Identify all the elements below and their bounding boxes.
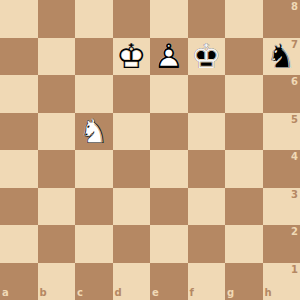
white-pawn-icon: ♟ bbox=[150, 38, 188, 76]
square-f4[interactable] bbox=[188, 150, 226, 188]
square-c8[interactable] bbox=[75, 0, 113, 38]
file-label-g: g bbox=[227, 288, 234, 298]
rank-label-2: 2 bbox=[291, 227, 298, 237]
square-c6[interactable] bbox=[75, 75, 113, 113]
black-knight-icon: ♞ bbox=[263, 38, 301, 76]
square-d5[interactable] bbox=[113, 113, 151, 151]
square-f7[interactable]: ♚♔ bbox=[188, 38, 226, 76]
square-e1[interactable]: e bbox=[150, 263, 188, 300]
square-d1[interactable]: d bbox=[113, 263, 151, 300]
white-pawn-outline-icon: ♙ bbox=[150, 38, 188, 76]
file-label-h: h bbox=[265, 288, 272, 298]
square-d8[interactable] bbox=[113, 0, 151, 38]
square-d7[interactable]: ♚♔ bbox=[113, 38, 151, 76]
piece-white-knight[interactable]: ♞♘ bbox=[75, 113, 113, 151]
square-d3[interactable] bbox=[113, 188, 151, 226]
white-knight-outline-icon: ♘ bbox=[75, 113, 113, 151]
chess-board: 8♚♔♟♙♚♔7♞♘6♞♘5432abcdefgh1 bbox=[0, 0, 300, 300]
square-f3[interactable] bbox=[188, 188, 226, 226]
square-g3[interactable] bbox=[225, 188, 263, 226]
square-a8[interactable] bbox=[0, 0, 38, 38]
square-e7[interactable]: ♟♙ bbox=[150, 38, 188, 76]
piece-black-knight[interactable]: ♞♘ bbox=[263, 38, 301, 76]
black-king-outline-icon: ♔ bbox=[188, 38, 226, 76]
square-h2[interactable]: 2 bbox=[263, 225, 301, 263]
rank-label-4: 4 bbox=[291, 152, 298, 162]
rank-label-6: 6 bbox=[291, 77, 298, 87]
square-g7[interactable] bbox=[225, 38, 263, 76]
file-label-f: f bbox=[190, 288, 194, 298]
square-g8[interactable] bbox=[225, 0, 263, 38]
square-f2[interactable] bbox=[188, 225, 226, 263]
square-d6[interactable] bbox=[113, 75, 151, 113]
rank-label-5: 5 bbox=[291, 115, 298, 125]
black-knight-outline-icon: ♘ bbox=[263, 38, 301, 76]
square-e2[interactable] bbox=[150, 225, 188, 263]
black-king-icon: ♚ bbox=[188, 38, 226, 76]
file-label-a: a bbox=[2, 288, 9, 298]
square-c1[interactable]: c bbox=[75, 263, 113, 300]
square-h1[interactable]: h1 bbox=[263, 263, 301, 300]
square-f8[interactable] bbox=[188, 0, 226, 38]
square-a4[interactable] bbox=[0, 150, 38, 188]
square-h7[interactable]: 7♞♘ bbox=[263, 38, 301, 76]
square-h5[interactable]: 5 bbox=[263, 113, 301, 151]
square-h8[interactable]: 8 bbox=[263, 0, 301, 38]
square-c2[interactable] bbox=[75, 225, 113, 263]
square-d2[interactable] bbox=[113, 225, 151, 263]
file-label-c: c bbox=[77, 288, 83, 298]
file-label-d: d bbox=[115, 288, 122, 298]
square-a1[interactable]: a bbox=[0, 263, 38, 300]
square-a6[interactable] bbox=[0, 75, 38, 113]
file-label-e: e bbox=[152, 288, 159, 298]
white-knight-icon: ♞ bbox=[75, 113, 113, 151]
rank-label-3: 3 bbox=[291, 190, 298, 200]
square-g5[interactable] bbox=[225, 113, 263, 151]
square-a2[interactable] bbox=[0, 225, 38, 263]
square-c3[interactable] bbox=[75, 188, 113, 226]
square-b1[interactable]: b bbox=[38, 263, 76, 300]
square-e6[interactable] bbox=[150, 75, 188, 113]
square-d4[interactable] bbox=[113, 150, 151, 188]
square-f6[interactable] bbox=[188, 75, 226, 113]
piece-white-king[interactable]: ♚♔ bbox=[113, 38, 151, 76]
square-f1[interactable]: f bbox=[188, 263, 226, 300]
square-c5[interactable]: ♞♘ bbox=[75, 113, 113, 151]
square-a5[interactable] bbox=[0, 113, 38, 151]
square-c4[interactable] bbox=[75, 150, 113, 188]
square-e8[interactable] bbox=[150, 0, 188, 38]
square-a3[interactable] bbox=[0, 188, 38, 226]
square-g4[interactable] bbox=[225, 150, 263, 188]
square-b2[interactable] bbox=[38, 225, 76, 263]
square-b8[interactable] bbox=[38, 0, 76, 38]
square-h3[interactable]: 3 bbox=[263, 188, 301, 226]
rank-label-8: 8 bbox=[291, 2, 298, 12]
piece-black-king[interactable]: ♚♔ bbox=[188, 38, 226, 76]
square-b3[interactable] bbox=[38, 188, 76, 226]
square-h6[interactable]: 6 bbox=[263, 75, 301, 113]
piece-white-pawn[interactable]: ♟♙ bbox=[150, 38, 188, 76]
white-king-icon: ♚ bbox=[113, 38, 151, 76]
square-b6[interactable] bbox=[38, 75, 76, 113]
white-king-outline-icon: ♔ bbox=[113, 38, 151, 76]
square-b5[interactable] bbox=[38, 113, 76, 151]
square-e5[interactable] bbox=[150, 113, 188, 151]
square-g2[interactable] bbox=[225, 225, 263, 263]
rank-label-1: 1 bbox=[291, 265, 298, 275]
square-e3[interactable] bbox=[150, 188, 188, 226]
file-label-b: b bbox=[40, 288, 47, 298]
square-h4[interactable]: 4 bbox=[263, 150, 301, 188]
square-b4[interactable] bbox=[38, 150, 76, 188]
square-a7[interactable] bbox=[0, 38, 38, 76]
square-f5[interactable] bbox=[188, 113, 226, 151]
square-g6[interactable] bbox=[225, 75, 263, 113]
square-g1[interactable]: g bbox=[225, 263, 263, 300]
square-c7[interactable] bbox=[75, 38, 113, 76]
square-b7[interactable] bbox=[38, 38, 76, 76]
square-e4[interactable] bbox=[150, 150, 188, 188]
